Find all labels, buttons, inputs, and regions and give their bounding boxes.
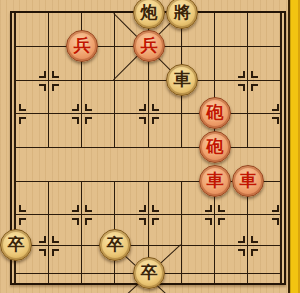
piece-black-chariot[interactable]: 車 — [166, 64, 198, 96]
piece-black-soldier[interactable]: 卒 — [0, 229, 32, 261]
piece-red-cannon[interactable]: 砲 — [199, 131, 231, 163]
piece-glyph: 卒 — [8, 236, 25, 253]
piece-glyph: 車 — [174, 71, 191, 88]
piece-red-chariot[interactable]: 車 — [232, 165, 264, 197]
piece-glyph: 兵 — [141, 37, 158, 54]
piece-glyph: 卒 — [107, 236, 124, 253]
piece-glyph: 砲 — [207, 138, 224, 155]
piece-black-soldier[interactable]: 卒 — [99, 229, 131, 261]
piece-red-soldier[interactable]: 兵 — [66, 30, 98, 62]
piece-red-soldier[interactable]: 兵 — [133, 30, 165, 62]
piece-glyph: 將 — [174, 4, 191, 21]
piece-glyph: 車 — [207, 172, 224, 189]
piece-glyph: 砲 — [207, 104, 224, 121]
piece-red-chariot[interactable]: 車 — [199, 165, 231, 197]
xiangqi-board[interactable]: 炮將兵兵車砲砲車車卒卒卒 — [0, 0, 300, 293]
piece-red-cannon[interactable]: 砲 — [199, 97, 231, 129]
piece-glyph: 炮 — [141, 4, 158, 21]
piece-glyph: 兵 — [74, 37, 91, 54]
right-panel-edge — [288, 0, 300, 293]
piece-glyph: 車 — [240, 172, 257, 189]
piece-black-soldier[interactable]: 卒 — [133, 257, 165, 289]
piece-glyph: 卒 — [141, 264, 158, 281]
